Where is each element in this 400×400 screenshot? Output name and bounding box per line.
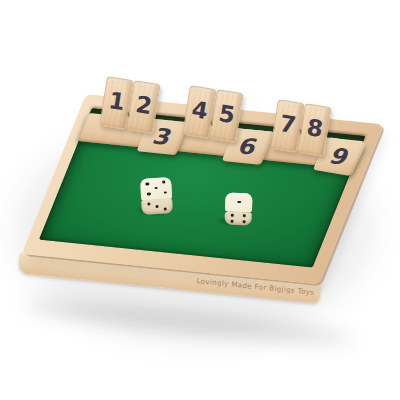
die-pip bbox=[243, 220, 246, 223]
die-pip bbox=[164, 191, 168, 194]
die-front-face bbox=[224, 211, 251, 225]
die-pip bbox=[238, 201, 241, 204]
tile-number: 6 bbox=[235, 133, 262, 159]
die-pip bbox=[163, 208, 167, 211]
die-pip bbox=[155, 205, 159, 208]
die-top-face bbox=[225, 193, 253, 213]
die-pip bbox=[145, 182, 149, 185]
tile-number: 7 bbox=[277, 110, 298, 142]
tile-number: 2 bbox=[133, 91, 154, 123]
die-pip bbox=[243, 214, 246, 217]
die-front-face bbox=[141, 198, 173, 215]
tile-number: 8 bbox=[304, 114, 325, 146]
die-pip bbox=[147, 202, 151, 205]
die-pip bbox=[154, 187, 158, 190]
die-pip bbox=[162, 181, 166, 184]
tile-number: 5 bbox=[216, 100, 237, 132]
die-pip bbox=[230, 219, 233, 222]
die-top-face bbox=[140, 177, 172, 200]
die-2[interactable] bbox=[224, 193, 252, 226]
tile-number: 4 bbox=[189, 96, 210, 128]
die-1[interactable] bbox=[140, 177, 173, 215]
die-pip bbox=[147, 193, 151, 196]
tile-number: 9 bbox=[326, 143, 354, 170]
tile-number: 1 bbox=[106, 87, 127, 119]
die-pip bbox=[230, 214, 233, 217]
